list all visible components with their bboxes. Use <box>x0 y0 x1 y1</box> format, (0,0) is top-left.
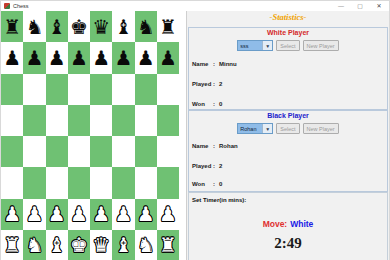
piece-white-p: ♟ <box>114 204 132 224</box>
piece-white-p: ♟ <box>3 204 21 224</box>
minimize-icon[interactable]: — <box>337 1 345 11</box>
title-bar: Chess — ▢ ✕ <box>1 1 389 11</box>
square-a2[interactable]: ♟ <box>1 199 23 230</box>
game-clock: 2:49 <box>189 235 387 252</box>
piece-white-p: ♟ <box>159 204 177 224</box>
square-e1[interactable]: ♛ <box>90 230 112 260</box>
square-b6[interactable] <box>23 74 45 105</box>
statistics-title: -Statistics- <box>187 12 389 22</box>
square-e4[interactable] <box>90 136 112 167</box>
square-h1[interactable]: ♜ <box>157 230 179 260</box>
piece-white-n: ♞ <box>137 235 155 255</box>
stats-panel: -Statistics- White Player sss ▼ Select N… <box>187 11 389 260</box>
square-f3[interactable] <box>112 167 134 198</box>
square-d4[interactable] <box>68 136 90 167</box>
square-b7[interactable]: ♟ <box>23 42 45 73</box>
square-e6[interactable] <box>90 74 112 105</box>
square-d8[interactable]: ♚ <box>68 11 90 42</box>
piece-black-p: ♟ <box>92 48 110 68</box>
square-g3[interactable] <box>135 167 157 198</box>
app-icon <box>4 3 10 9</box>
square-e7[interactable]: ♟ <box>90 42 112 73</box>
piece-white-b: ♝ <box>114 235 132 255</box>
black-name-value: Rohan <box>219 143 238 149</box>
piece-black-p: ♟ <box>70 48 88 68</box>
square-a7[interactable]: ♟ <box>1 42 23 73</box>
square-f7[interactable]: ♟ <box>112 42 134 73</box>
separator: : <box>213 163 218 169</box>
square-g7[interactable]: ♟ <box>135 42 157 73</box>
square-e5[interactable] <box>90 105 112 136</box>
piece-black-p: ♟ <box>25 48 43 68</box>
piece-black-p: ♟ <box>159 48 177 68</box>
square-g6[interactable] <box>135 74 157 105</box>
white-player-group: White Player sss ▼ Select New Player Nam… <box>188 27 388 110</box>
white-player-dropdown-value: sss <box>238 41 262 50</box>
piece-black-p: ♟ <box>3 48 21 68</box>
square-f6[interactable] <box>112 74 134 105</box>
piece-black-b: ♝ <box>114 17 132 37</box>
piece-black-n: ♞ <box>25 17 43 37</box>
white-player-heading: White Player <box>189 29 387 36</box>
black-select-button[interactable]: Select <box>276 123 299 134</box>
white-played-row: Played:2 <box>192 81 222 87</box>
square-c1[interactable]: ♝ <box>46 230 68 260</box>
piece-white-k: ♚ <box>70 235 88 255</box>
piece-white-p: ♟ <box>25 204 43 224</box>
piece-white-q: ♛ <box>92 235 110 255</box>
square-a4[interactable] <box>1 136 23 167</box>
piece-black-r: ♜ <box>3 17 21 37</box>
black-won-row: Won:0 <box>192 181 222 187</box>
piece-black-p: ♟ <box>137 48 155 68</box>
square-c6[interactable] <box>46 74 68 105</box>
piece-black-q: ♛ <box>92 17 110 37</box>
square-e3[interactable] <box>90 167 112 198</box>
black-won-value: 0 <box>219 181 222 187</box>
square-h6[interactable] <box>157 74 179 105</box>
chess-board: ♜♞♝♚♛♝♞♜♟♟♟♟♟♟♟♟♟♟♟♟♟♟♟♟♜♞♝♚♛♝♞♜ <box>1 11 179 260</box>
piece-white-p: ♟ <box>137 204 155 224</box>
separator: : <box>213 61 218 67</box>
square-e2[interactable]: ♟ <box>90 199 112 230</box>
move-label: Move: <box>263 219 288 229</box>
board-panel-divider <box>179 11 187 260</box>
square-b5[interactable] <box>23 105 45 136</box>
close-icon[interactable]: ✕ <box>375 1 383 11</box>
black-won-label: Won <box>192 181 213 187</box>
square-a3[interactable] <box>1 167 23 198</box>
white-new-player-button[interactable]: New Player <box>303 40 339 51</box>
white-won-label: Won <box>192 101 213 107</box>
piece-black-n: ♞ <box>137 17 155 37</box>
piece-white-p: ♟ <box>48 204 66 224</box>
square-g2[interactable]: ♟ <box>135 199 157 230</box>
piece-black-p: ♟ <box>114 48 132 68</box>
square-f8[interactable]: ♝ <box>112 11 134 42</box>
square-g5[interactable] <box>135 105 157 136</box>
white-played-value: 2 <box>219 81 222 87</box>
square-g1[interactable]: ♞ <box>135 230 157 260</box>
square-f1[interactable]: ♝ <box>112 230 134 260</box>
square-c8[interactable]: ♝ <box>46 11 68 42</box>
square-d1[interactable]: ♚ <box>68 230 90 260</box>
piece-black-p: ♟ <box>48 48 66 68</box>
black-name-row: Name:Rohan <box>192 143 238 149</box>
square-d2[interactable]: ♟ <box>68 199 90 230</box>
white-name-row: Name:Minnu <box>192 61 237 67</box>
square-h5[interactable] <box>157 105 179 136</box>
square-c4[interactable] <box>46 136 68 167</box>
square-f5[interactable] <box>112 105 134 136</box>
square-b2[interactable]: ♟ <box>23 199 45 230</box>
white-name-value: Minnu <box>219 61 237 67</box>
black-new-player-button[interactable]: New Player <box>303 123 339 134</box>
square-e8[interactable]: ♛ <box>90 11 112 42</box>
maximize-icon[interactable]: ▢ <box>356 1 364 11</box>
square-b8[interactable]: ♞ <box>23 11 45 42</box>
timer-group: Set Timer(in mins): Move:White 2:49 <box>188 192 388 260</box>
square-f2[interactable]: ♟ <box>112 199 134 230</box>
square-c2[interactable]: ♟ <box>46 199 68 230</box>
square-d6[interactable] <box>68 74 90 105</box>
square-c7[interactable]: ♟ <box>46 42 68 73</box>
white-player-dropdown[interactable]: sss ▼ <box>237 40 273 51</box>
black-name-label: Name <box>192 143 213 149</box>
square-h3[interactable] <box>157 167 179 198</box>
piece-white-n: ♞ <box>25 235 43 255</box>
app-window: Chess — ▢ ✕ ♜♞♝♚♛♝♞♜♟♟♟♟♟♟♟♟♟♟♟♟♟♟♟♟♜♞♝♚… <box>0 0 390 260</box>
square-c5[interactable] <box>46 105 68 136</box>
black-player-heading: Black Player <box>189 112 387 119</box>
square-c3[interactable] <box>46 167 68 198</box>
square-h8[interactable]: ♜ <box>157 11 179 42</box>
square-d3[interactable] <box>68 167 90 198</box>
white-select-button[interactable]: Select <box>276 40 299 51</box>
square-b3[interactable] <box>23 167 45 198</box>
square-h7[interactable]: ♟ <box>157 42 179 73</box>
white-won-value: 0 <box>219 101 222 107</box>
square-a8[interactable]: ♜ <box>1 11 23 42</box>
white-played-label: Played <box>192 81 213 87</box>
black-played-row: Played:2 <box>192 163 222 169</box>
separator: : <box>213 181 218 187</box>
square-d7[interactable]: ♟ <box>68 42 90 73</box>
white-won-row: Won:0 <box>192 101 222 107</box>
square-b1[interactable]: ♞ <box>23 230 45 260</box>
black-played-label: Played <box>192 163 213 169</box>
square-h4[interactable] <box>157 136 179 167</box>
square-h2[interactable]: ♟ <box>157 199 179 230</box>
separator: : <box>213 143 218 149</box>
move-indicator: Move:White <box>189 219 387 229</box>
piece-white-r: ♜ <box>3 235 21 255</box>
square-b4[interactable] <box>23 136 45 167</box>
separator: : <box>213 101 218 107</box>
square-f4[interactable] <box>112 136 134 167</box>
piece-black-b: ♝ <box>48 17 66 37</box>
piece-black-r: ♜ <box>159 17 177 37</box>
black-player-dropdown[interactable]: Rohan ▼ <box>237 123 273 134</box>
black-played-value: 2 <box>219 163 222 169</box>
separator: : <box>213 81 218 87</box>
square-d5[interactable] <box>68 105 90 136</box>
piece-white-p: ♟ <box>92 204 110 224</box>
square-g4[interactable] <box>135 136 157 167</box>
square-g8[interactable]: ♞ <box>135 11 157 42</box>
piece-white-r: ♜ <box>159 235 177 255</box>
black-player-group: Black Player Rohan ▼ Select New Player N… <box>188 110 388 192</box>
move-value: White <box>290 219 313 229</box>
chevron-down-icon[interactable]: ▼ <box>262 41 272 50</box>
chevron-down-icon[interactable]: ▼ <box>262 124 272 133</box>
piece-black-k: ♚ <box>70 17 88 37</box>
white-name-label: Name <box>192 61 213 67</box>
square-a5[interactable] <box>1 105 23 136</box>
piece-white-p: ♟ <box>70 204 88 224</box>
square-a1[interactable]: ♜ <box>1 230 23 260</box>
piece-white-b: ♝ <box>48 235 66 255</box>
square-a6[interactable] <box>1 74 23 105</box>
black-player-dropdown-value: Rohan <box>238 124 262 133</box>
window-title: Chess <box>13 3 29 9</box>
set-timer-label: Set Timer(in mins): <box>192 197 246 203</box>
